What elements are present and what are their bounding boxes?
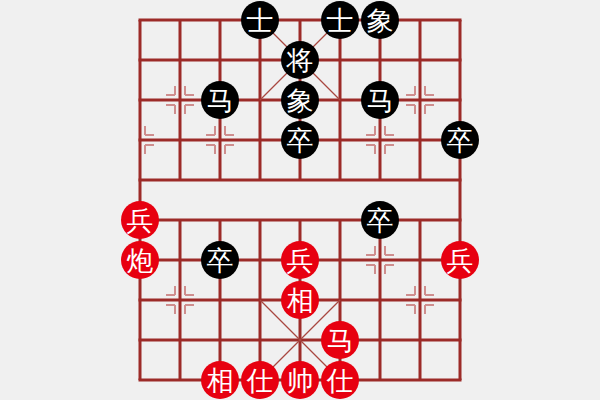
board-point-a3[interactable]: 炮: [120, 240, 160, 280]
board-point-g3[interactable]: [360, 240, 400, 280]
piece-red-cannon[interactable]: 炮: [121, 241, 159, 279]
board-point-h7[interactable]: [400, 80, 440, 120]
board-point-h8[interactable]: [400, 40, 440, 80]
board-point-h9[interactable]: [400, 0, 440, 40]
piece-red-soldier[interactable]: 兵: [441, 241, 479, 279]
board-point-c2[interactable]: [200, 280, 240, 320]
piece-black-advisor[interactable]: 士: [321, 1, 359, 39]
piece-red-elephant[interactable]: 相: [201, 361, 239, 399]
board-point-e8[interactable]: 将: [280, 40, 320, 80]
piece-red-soldier[interactable]: 兵: [121, 201, 159, 239]
piece-red-elephant[interactable]: 相: [281, 281, 319, 319]
board-point-h5[interactable]: [400, 160, 440, 200]
board-point-a7[interactable]: [120, 80, 160, 120]
piece-black-general[interactable]: 将: [281, 41, 319, 79]
board-point-i0[interactable]: [440, 360, 480, 400]
board-point-f8[interactable]: [320, 40, 360, 80]
board-point-e0[interactable]: 帅: [280, 360, 320, 400]
board-point-g0[interactable]: [360, 360, 400, 400]
board-point-a1[interactable]: [120, 320, 160, 360]
board-point-h0[interactable]: [400, 360, 440, 400]
board-point-d3[interactable]: [240, 240, 280, 280]
piece-black-elephant[interactable]: 象: [281, 81, 319, 119]
board-point-h3[interactable]: [400, 240, 440, 280]
board-point-e6[interactable]: 卒: [280, 120, 320, 160]
board-point-c0[interactable]: 相: [200, 360, 240, 400]
board-point-g8[interactable]: [360, 40, 400, 80]
board-point-i6[interactable]: 卒: [440, 120, 480, 160]
piece-black-soldier[interactable]: 卒: [281, 121, 319, 159]
board-point-f5[interactable]: [320, 160, 360, 200]
board-point-c4[interactable]: [200, 200, 240, 240]
piece-black-soldier[interactable]: 卒: [441, 121, 479, 159]
piece-red-advisor[interactable]: 仕: [321, 361, 359, 399]
board-point-b9[interactable]: [160, 0, 200, 40]
board-point-d7[interactable]: [240, 80, 280, 120]
board-point-c7[interactable]: 马: [200, 80, 240, 120]
board-point-g6[interactable]: [360, 120, 400, 160]
board-point-b8[interactable]: [160, 40, 200, 80]
board-point-b3[interactable]: [160, 240, 200, 280]
board-point-g1[interactable]: [360, 320, 400, 360]
piece-red-general[interactable]: 帅: [281, 361, 319, 399]
board-point-h6[interactable]: [400, 120, 440, 160]
board-point-h2[interactable]: [400, 280, 440, 320]
board-point-d5[interactable]: [240, 160, 280, 200]
xiangqi-app: 士士象将马象马卒卒兵卒炮卒兵兵相马相仕帅仕: [0, 0, 600, 400]
board-point-e3[interactable]: 兵: [280, 240, 320, 280]
board-point-f0[interactable]: 仕: [320, 360, 360, 400]
piece-red-horse[interactable]: 马: [321, 321, 359, 359]
board-point-f1[interactable]: 马: [320, 320, 360, 360]
piece-black-advisor[interactable]: 士: [241, 1, 279, 39]
board-point-d2[interactable]: [240, 280, 280, 320]
board-point-i8[interactable]: [440, 40, 480, 80]
board-point-e7[interactable]: 象: [280, 80, 320, 120]
board-point-d0[interactable]: 仕: [240, 360, 280, 400]
board-point-a4[interactable]: 兵: [120, 200, 160, 240]
board-point-h4[interactable]: [400, 200, 440, 240]
board-point-i1[interactable]: [440, 320, 480, 360]
board-point-g7[interactable]: 马: [360, 80, 400, 120]
piece-red-soldier[interactable]: 兵: [281, 241, 319, 279]
board-point-c9[interactable]: [200, 0, 240, 40]
board-point-b5[interactable]: [160, 160, 200, 200]
board-point-e1[interactable]: [280, 320, 320, 360]
board-point-g5[interactable]: [360, 160, 400, 200]
board-point-d9[interactable]: 士: [240, 0, 280, 40]
board-point-c1[interactable]: [200, 320, 240, 360]
piece-red-advisor[interactable]: 仕: [241, 361, 279, 399]
board-point-a8[interactable]: [120, 40, 160, 80]
board-point-f9[interactable]: 士: [320, 0, 360, 40]
board-point-f4[interactable]: [320, 200, 360, 240]
piece-black-soldier[interactable]: 卒: [361, 201, 399, 239]
board-point-c8[interactable]: [200, 40, 240, 80]
xiangqi-board-grid: 士士象将马象马卒卒兵卒炮卒兵兵相马相仕帅仕: [120, 0, 480, 400]
board-point-f6[interactable]: [320, 120, 360, 160]
board-point-i9[interactable]: [440, 0, 480, 40]
board-point-d4[interactable]: [240, 200, 280, 240]
board-point-e4[interactable]: [280, 200, 320, 240]
board-point-e5[interactable]: [280, 160, 320, 200]
board-point-c6[interactable]: [200, 120, 240, 160]
board-point-b7[interactable]: [160, 80, 200, 120]
piece-black-elephant[interactable]: 象: [361, 1, 399, 39]
board-point-c3[interactable]: 卒: [200, 240, 240, 280]
board-point-c5[interactable]: [200, 160, 240, 200]
board-point-a0[interactable]: [120, 360, 160, 400]
board-point-g2[interactable]: [360, 280, 400, 320]
board-point-f7[interactable]: [320, 80, 360, 120]
board-point-a6[interactable]: [120, 120, 160, 160]
board-point-e2[interactable]: 相: [280, 280, 320, 320]
board-point-a5[interactable]: [120, 160, 160, 200]
board-point-b4[interactable]: [160, 200, 200, 240]
piece-black-soldier[interactable]: 卒: [201, 241, 239, 279]
board-point-i7[interactable]: [440, 80, 480, 120]
board-point-b2[interactable]: [160, 280, 200, 320]
board-point-i5[interactable]: [440, 160, 480, 200]
board-point-a2[interactable]: [120, 280, 160, 320]
board-point-b0[interactable]: [160, 360, 200, 400]
board-point-h1[interactable]: [400, 320, 440, 360]
piece-black-horse[interactable]: 马: [201, 81, 239, 119]
board-point-e9[interactable]: [280, 0, 320, 40]
board-point-f3[interactable]: [320, 240, 360, 280]
board-point-f2[interactable]: [320, 280, 360, 320]
board-point-g4[interactable]: 卒: [360, 200, 400, 240]
piece-black-horse[interactable]: 马: [361, 81, 399, 119]
board-point-b1[interactable]: [160, 320, 200, 360]
board-point-i2[interactable]: [440, 280, 480, 320]
board-point-b6[interactable]: [160, 120, 200, 160]
board-point-d6[interactable]: [240, 120, 280, 160]
board-point-i3[interactable]: 兵: [440, 240, 480, 280]
board-point-i4[interactable]: [440, 200, 480, 240]
board-point-d1[interactable]: [240, 320, 280, 360]
board-point-d8[interactable]: [240, 40, 280, 80]
board-point-a9[interactable]: [120, 0, 160, 40]
board-point-g9[interactable]: 象: [360, 0, 400, 40]
